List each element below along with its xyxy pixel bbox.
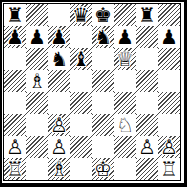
square-d1[interactable]: [70, 158, 92, 180]
piece-black-knight: ♞: [94, 26, 112, 48]
piece-black-rook: ♜: [138, 4, 156, 26]
piece-black-pawn: ♟: [6, 26, 24, 48]
square-h4[interactable]: [158, 92, 180, 114]
square-b6[interactable]: [26, 48, 48, 70]
piece-black-king: ♚: [94, 4, 112, 26]
square-b5[interactable]: ♗: [26, 70, 48, 92]
piece-white-knight: ♘: [116, 114, 134, 136]
square-h5[interactable]: [158, 70, 180, 92]
square-f6[interactable]: ♕: [114, 48, 136, 70]
square-d4[interactable]: [70, 92, 92, 114]
square-h6[interactable]: [158, 48, 180, 70]
square-h3[interactable]: [158, 114, 180, 136]
square-b4[interactable]: [26, 92, 48, 114]
square-h2[interactable]: ♙: [158, 136, 180, 158]
piece-black-knight: ♞: [50, 48, 68, 70]
piece-white-bishop: ♗: [50, 158, 68, 180]
square-f8[interactable]: [114, 4, 136, 26]
square-a8[interactable]: ♜: [4, 4, 26, 26]
square-a7[interactable]: ♟: [4, 26, 26, 48]
square-a6[interactable]: [4, 48, 26, 70]
piece-white-rook: ♖: [160, 158, 178, 180]
square-a5[interactable]: [4, 70, 26, 92]
square-e2[interactable]: [92, 136, 114, 158]
square-g7[interactable]: [136, 26, 158, 48]
square-a4[interactable]: [4, 92, 26, 114]
square-c2[interactable]: ♙: [48, 136, 70, 158]
square-d8[interactable]: ♛: [70, 4, 92, 26]
piece-black-rook: ♜: [6, 4, 24, 26]
board-frame: ♜♛♚♜♟♟♟♞♟♟♞♝♕♗♙♘♙♙♙♙♖♗♔♖: [0, 0, 187, 187]
piece-black-bishop: ♝: [72, 48, 90, 70]
piece-white-pawn: ♙: [160, 136, 178, 158]
square-b8[interactable]: [26, 4, 48, 26]
square-e4[interactable]: [92, 92, 114, 114]
piece-black-pawn: ♟: [50, 26, 68, 48]
square-b2[interactable]: [26, 136, 48, 158]
piece-white-pawn: ♙: [138, 136, 156, 158]
square-e6[interactable]: [92, 48, 114, 70]
piece-black-pawn: ♟: [160, 26, 178, 48]
square-f3[interactable]: ♘: [114, 114, 136, 136]
square-f5[interactable]: [114, 70, 136, 92]
square-h7[interactable]: ♟: [158, 26, 180, 48]
square-c5[interactable]: [48, 70, 70, 92]
square-h1[interactable]: ♖: [158, 158, 180, 180]
piece-white-king: ♔: [94, 158, 112, 180]
square-d2[interactable]: [70, 136, 92, 158]
piece-white-pawn: ♙: [50, 136, 68, 158]
chess-board: ♜♛♚♜♟♟♟♞♟♟♞♝♕♗♙♘♙♙♙♙♖♗♔♖: [4, 4, 180, 180]
square-c6[interactable]: ♞: [48, 48, 70, 70]
square-g3[interactable]: [136, 114, 158, 136]
square-e8[interactable]: ♚: [92, 4, 114, 26]
square-a3[interactable]: [4, 114, 26, 136]
piece-black-pawn: ♟: [116, 26, 134, 48]
square-c1[interactable]: ♗: [48, 158, 70, 180]
piece-white-pawn: ♙: [50, 114, 68, 136]
square-g1[interactable]: [136, 158, 158, 180]
square-d5[interactable]: [70, 70, 92, 92]
square-g6[interactable]: [136, 48, 158, 70]
square-e5[interactable]: [92, 70, 114, 92]
square-b1[interactable]: [26, 158, 48, 180]
piece-white-queen: ♕: [116, 48, 134, 70]
piece-white-rook: ♖: [6, 158, 24, 180]
square-b7[interactable]: ♟: [26, 26, 48, 48]
square-a1[interactable]: ♖: [4, 158, 26, 180]
square-g5[interactable]: [136, 70, 158, 92]
square-f4[interactable]: [114, 92, 136, 114]
square-f2[interactable]: [114, 136, 136, 158]
square-c3[interactable]: ♙: [48, 114, 70, 136]
piece-black-queen: ♛: [72, 4, 90, 26]
square-d3[interactable]: [70, 114, 92, 136]
board-inner-frame: ♜♛♚♜♟♟♟♞♟♟♞♝♕♗♙♘♙♙♙♙♖♗♔♖: [3, 3, 181, 181]
square-f1[interactable]: [114, 158, 136, 180]
square-g2[interactable]: ♙: [136, 136, 158, 158]
square-h8[interactable]: [158, 4, 180, 26]
square-c7[interactable]: ♟: [48, 26, 70, 48]
square-f7[interactable]: ♟: [114, 26, 136, 48]
square-c4[interactable]: [48, 92, 70, 114]
square-g4[interactable]: [136, 92, 158, 114]
square-d7[interactable]: [70, 26, 92, 48]
piece-white-bishop: ♗: [28, 70, 46, 92]
square-e7[interactable]: ♞: [92, 26, 114, 48]
square-e3[interactable]: [92, 114, 114, 136]
square-c8[interactable]: [48, 4, 70, 26]
square-e1[interactable]: ♔: [92, 158, 114, 180]
square-b3[interactable]: [26, 114, 48, 136]
square-d6[interactable]: ♝: [70, 48, 92, 70]
square-g8[interactable]: ♜: [136, 4, 158, 26]
piece-black-pawn: ♟: [28, 26, 46, 48]
piece-white-pawn: ♙: [6, 136, 24, 158]
square-a2[interactable]: ♙: [4, 136, 26, 158]
